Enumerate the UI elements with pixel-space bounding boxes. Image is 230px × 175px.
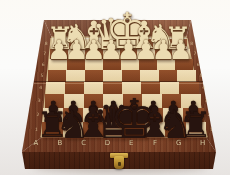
rank-label-4-left: 4 [39, 85, 42, 90]
rank-label-6-left: 6 [42, 62, 45, 67]
rank-label-5-right: 5 [200, 73, 203, 78]
square-h5[interactable] [177, 70, 196, 82]
square-d5[interactable] [103, 70, 122, 82]
piece-black-rook-h1[interactable]: ♜ [180, 108, 211, 143]
square-g5[interactable] [159, 70, 178, 82]
square-f5[interactable] [140, 70, 159, 82]
square-e5[interactable] [122, 70, 141, 82]
square-c5[interactable] [85, 70, 104, 82]
square-b4[interactable] [65, 82, 84, 94]
rank-label-7-right: 7 [194, 51, 197, 56]
rank-label-6-right: 6 [197, 62, 200, 67]
piece-white-pawn-h7[interactable]: ♟ [169, 37, 193, 64]
square-a4[interactable] [46, 82, 65, 94]
latch-keyhole [118, 162, 121, 166]
rank-label-5-left: 5 [41, 73, 44, 78]
fold-hinge-highlight [34, 83, 203, 84]
square-c4[interactable] [84, 82, 103, 94]
rank-label-4-right: 4 [202, 85, 205, 90]
square-h4[interactable] [179, 82, 198, 94]
square-a5[interactable] [48, 70, 67, 82]
square-g4[interactable] [160, 82, 179, 94]
square-b5[interactable] [66, 70, 85, 82]
chess-set-photo: ABCDEFGH8877665544332211 ♜♞♝♛♚♝♞♜♟♟♟♟♟♟♟… [0, 0, 230, 175]
